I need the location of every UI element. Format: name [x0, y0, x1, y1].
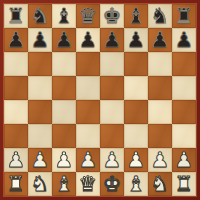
piece-black-rook[interactable]: ♜	[175, 4, 194, 28]
square-c3[interactable]	[52, 124, 76, 148]
piece-white-bishop[interactable]: ♝	[127, 172, 146, 196]
piece-white-pawn[interactable]: ♟	[31, 148, 50, 172]
square-b7[interactable]: ♟	[28, 28, 52, 52]
square-g2[interactable]: ♟	[148, 148, 172, 172]
piece-white-pawn[interactable]: ♟	[151, 148, 170, 172]
square-c1[interactable]: ♝	[52, 172, 76, 196]
square-b6[interactable]	[28, 52, 52, 76]
square-d5[interactable]	[76, 76, 100, 100]
square-e8[interactable]: ♚	[100, 4, 124, 28]
square-h7[interactable]: ♟	[172, 28, 196, 52]
square-h3[interactable]	[172, 124, 196, 148]
piece-white-queen[interactable]: ♛	[79, 172, 98, 196]
square-h1[interactable]: ♜	[172, 172, 196, 196]
square-g5[interactable]	[148, 76, 172, 100]
piece-white-knight[interactable]: ♞	[151, 172, 170, 196]
square-b1[interactable]: ♞	[28, 172, 52, 196]
square-c2[interactable]: ♟	[52, 148, 76, 172]
piece-black-pawn[interactable]: ♟	[7, 28, 26, 52]
piece-white-pawn[interactable]: ♟	[79, 148, 98, 172]
square-b8[interactable]: ♞	[28, 4, 52, 28]
square-g8[interactable]: ♞	[148, 4, 172, 28]
piece-white-pawn[interactable]: ♟	[175, 148, 194, 172]
chess-board: ♜♞♝♛♚♝♞♜♟♟♟♟♟♟♟♟♟♟♟♟♟♟♟♟♜♞♝♛♚♝♞♜	[4, 4, 196, 196]
piece-black-pawn[interactable]: ♟	[103, 28, 122, 52]
chess-board-frame: ♜♞♝♛♚♝♞♜♟♟♟♟♟♟♟♟♟♟♟♟♟♟♟♟♜♞♝♛♚♝♞♜	[0, 0, 200, 200]
square-d6[interactable]	[76, 52, 100, 76]
square-h6[interactable]	[172, 52, 196, 76]
square-d8[interactable]: ♛	[76, 4, 100, 28]
square-d4[interactable]	[76, 100, 100, 124]
piece-white-rook[interactable]: ♜	[175, 172, 194, 196]
piece-black-pawn[interactable]: ♟	[55, 28, 74, 52]
piece-black-pawn[interactable]: ♟	[31, 28, 50, 52]
square-a2[interactable]: ♟	[4, 148, 28, 172]
square-c4[interactable]	[52, 100, 76, 124]
square-e2[interactable]: ♟	[100, 148, 124, 172]
square-d2[interactable]: ♟	[76, 148, 100, 172]
piece-white-knight[interactable]: ♞	[31, 172, 50, 196]
piece-black-rook[interactable]: ♜	[7, 4, 26, 28]
square-e1[interactable]: ♚	[100, 172, 124, 196]
square-f8[interactable]: ♝	[124, 4, 148, 28]
square-d7[interactable]: ♟	[76, 28, 100, 52]
square-f7[interactable]: ♟	[124, 28, 148, 52]
square-a8[interactable]: ♜	[4, 4, 28, 28]
square-a4[interactable]	[4, 100, 28, 124]
square-b5[interactable]	[28, 76, 52, 100]
piece-black-king[interactable]: ♚	[103, 4, 122, 28]
piece-white-pawn[interactable]: ♟	[127, 148, 146, 172]
piece-black-bishop[interactable]: ♝	[55, 4, 74, 28]
square-b4[interactable]	[28, 100, 52, 124]
piece-black-queen[interactable]: ♛	[79, 4, 98, 28]
square-h4[interactable]	[172, 100, 196, 124]
square-b2[interactable]: ♟	[28, 148, 52, 172]
piece-black-pawn[interactable]: ♟	[151, 28, 170, 52]
piece-white-pawn[interactable]: ♟	[7, 148, 26, 172]
square-g4[interactable]	[148, 100, 172, 124]
square-a3[interactable]	[4, 124, 28, 148]
square-a7[interactable]: ♟	[4, 28, 28, 52]
square-d3[interactable]	[76, 124, 100, 148]
square-g3[interactable]	[148, 124, 172, 148]
piece-white-pawn[interactable]: ♟	[103, 148, 122, 172]
square-a5[interactable]	[4, 76, 28, 100]
square-e6[interactable]	[100, 52, 124, 76]
square-g7[interactable]: ♟	[148, 28, 172, 52]
square-f5[interactable]	[124, 76, 148, 100]
square-f4[interactable]	[124, 100, 148, 124]
square-g6[interactable]	[148, 52, 172, 76]
square-a6[interactable]	[4, 52, 28, 76]
piece-black-pawn[interactable]: ♟	[127, 28, 146, 52]
square-f3[interactable]	[124, 124, 148, 148]
piece-white-rook[interactable]: ♜	[7, 172, 26, 196]
piece-white-bishop[interactable]: ♝	[55, 172, 74, 196]
piece-black-pawn[interactable]: ♟	[175, 28, 194, 52]
square-e4[interactable]	[100, 100, 124, 124]
piece-white-pawn[interactable]: ♟	[55, 148, 74, 172]
piece-white-king[interactable]: ♚	[103, 172, 122, 196]
square-e3[interactable]	[100, 124, 124, 148]
square-d1[interactable]: ♛	[76, 172, 100, 196]
square-g1[interactable]: ♞	[148, 172, 172, 196]
square-c6[interactable]	[52, 52, 76, 76]
square-f1[interactable]: ♝	[124, 172, 148, 196]
square-h2[interactable]: ♟	[172, 148, 196, 172]
square-e5[interactable]	[100, 76, 124, 100]
square-c5[interactable]	[52, 76, 76, 100]
piece-black-bishop[interactable]: ♝	[127, 4, 146, 28]
square-h5[interactable]	[172, 76, 196, 100]
square-f2[interactable]: ♟	[124, 148, 148, 172]
square-e7[interactable]: ♟	[100, 28, 124, 52]
square-h8[interactable]: ♜	[172, 4, 196, 28]
square-b3[interactable]	[28, 124, 52, 148]
piece-black-pawn[interactable]: ♟	[79, 28, 98, 52]
square-c8[interactable]: ♝	[52, 4, 76, 28]
piece-black-knight[interactable]: ♞	[31, 4, 50, 28]
square-a1[interactable]: ♜	[4, 172, 28, 196]
piece-black-knight[interactable]: ♞	[151, 4, 170, 28]
square-c7[interactable]: ♟	[52, 28, 76, 52]
square-f6[interactable]	[124, 52, 148, 76]
